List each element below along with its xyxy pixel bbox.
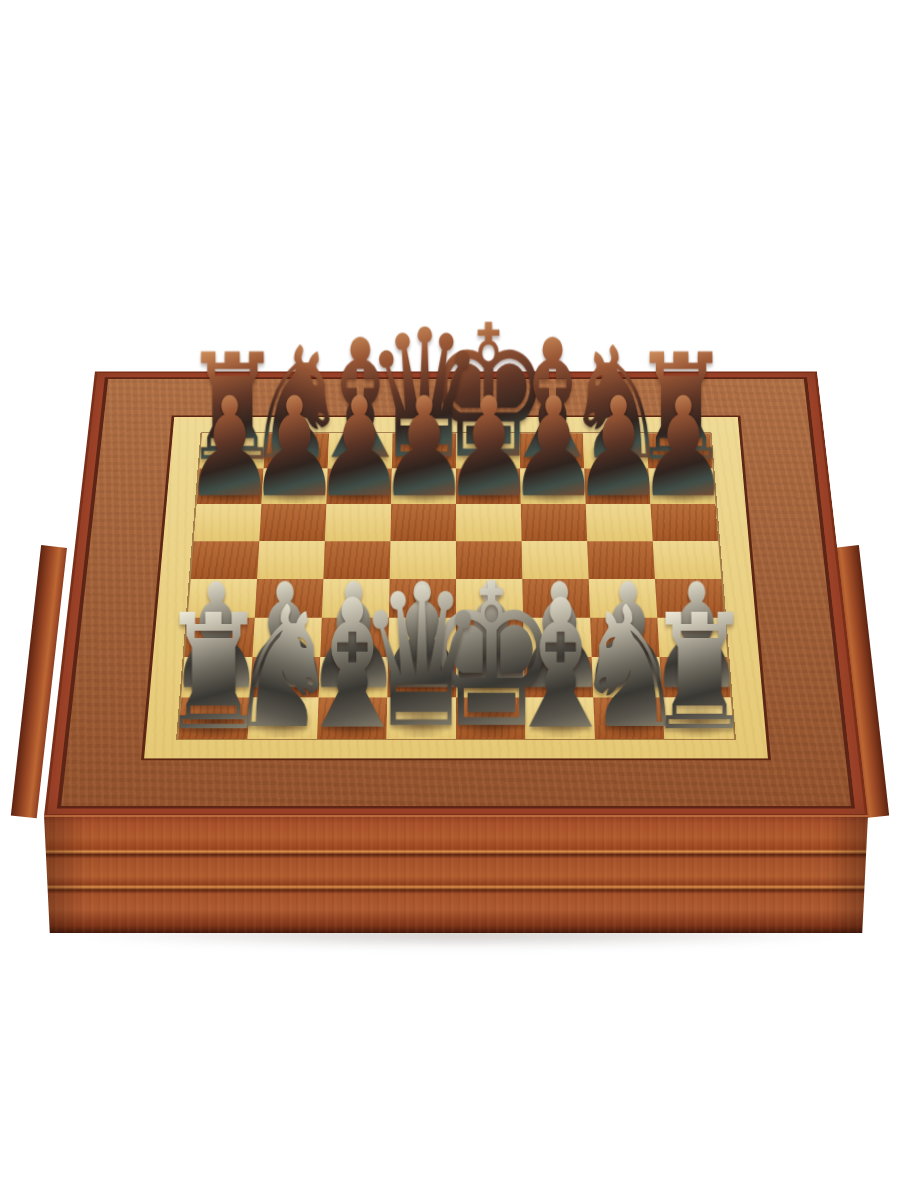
white-queen: ♛ — [356, 582, 486, 736]
square-h6 — [651, 504, 719, 541]
product-photo-stage: ♜♞♝♛♚♝♞♜♟♟♟♟♟♟♟♟♟♟♟♟♟♟♟♟♜♞♝♛♚♝♞♜ — [0, 0, 900, 1200]
square-g6 — [586, 504, 653, 541]
square-b6 — [259, 504, 326, 541]
box-lid-top: ♜♞♝♛♚♝♞♜♟♟♟♟♟♟♟♟♟♟♟♟♟♟♟♟♜♞♝♛♚♝♞♜ — [44, 371, 868, 816]
square-e6 — [456, 504, 522, 541]
box-front-face — [44, 815, 868, 933]
square-a1: ♜ — [178, 698, 250, 739]
square-d6 — [390, 504, 456, 541]
square-d1: ♛ — [387, 698, 456, 739]
white-rook: ♜ — [159, 609, 267, 737]
square-h7: ♟ — [648, 468, 715, 504]
black-pawn: ♟ — [636, 393, 729, 503]
square-f6 — [521, 504, 587, 541]
square-c6 — [325, 504, 391, 541]
white-rook: ♜ — [645, 609, 753, 737]
square-a6 — [194, 504, 262, 541]
square-h1: ♜ — [662, 698, 734, 739]
chess-board: ♜♞♝♛♚♝♞♜♟♟♟♟♟♟♟♟♟♟♟♟♟♟♟♟♜♞♝♛♚♝♞♜ — [178, 433, 734, 739]
